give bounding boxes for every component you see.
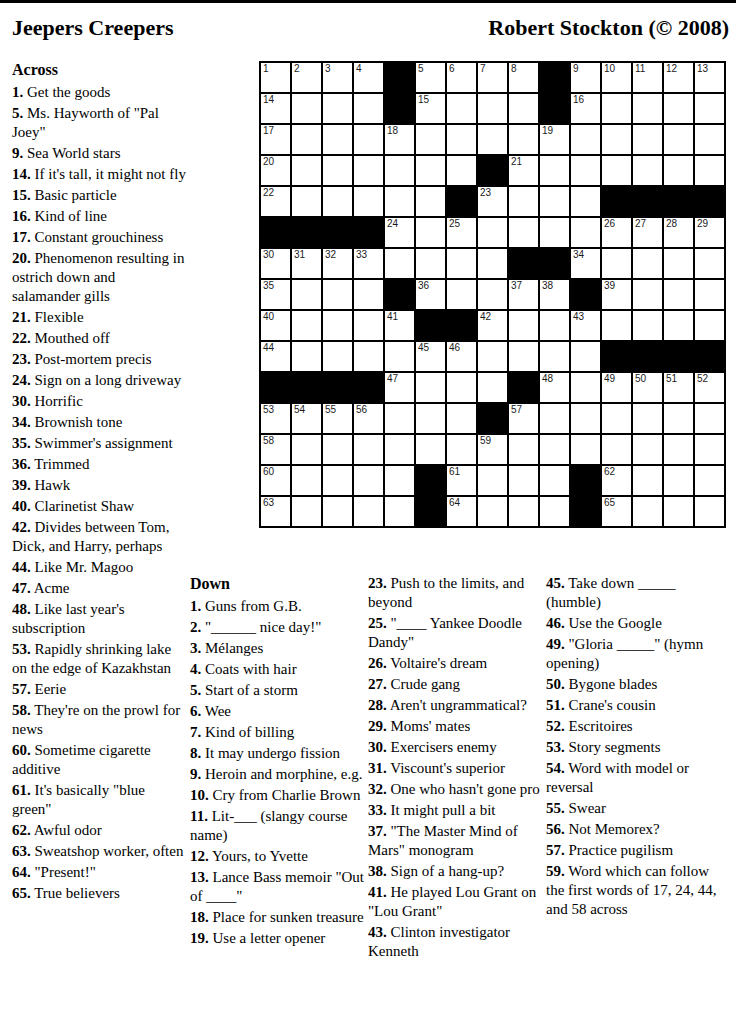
cell-r3c15[interactable] [695,125,724,154]
cell-r2c3[interactable] [323,94,352,123]
cell-r9c1[interactable]: 40 [261,311,290,340]
cell-r14c8[interactable] [478,466,507,495]
cell-r2c9[interactable] [509,94,538,123]
cell-r1c13[interactable]: 11 [633,63,662,92]
cell-r11c11[interactable] [571,373,600,402]
clue-across-24-number: 24. [12,372,31,388]
cell-r6c15[interactable]: 29 [695,218,724,247]
clue-across-42-number: 42. [12,519,31,535]
down-clues-column-1: Down 1. Guns from G.B.2. "______ nice da… [190,574,364,950]
block-cell-r1c10 [540,63,569,92]
cell-r14c5[interactable] [385,466,414,495]
clue-across-15-number: 15. [12,187,31,203]
clue-down-52: 52. Escritoires [546,717,720,736]
puzzle-title: Jeepers Creepers [12,15,173,41]
cell-r4c5[interactable] [385,156,414,185]
cell-r10c2[interactable] [292,342,321,371]
clue-across-30-number: 30. [12,393,31,409]
cell-r5c10[interactable] [540,187,569,216]
across-clue-list: 1. Get the goods5. Ms. Hayworth of "Pal … [12,83,186,903]
cell-r4c4[interactable] [354,156,383,185]
cell-number-38: 38 [542,280,553,291]
cell-r12c15[interactable] [695,404,724,433]
cell-r11c7[interactable] [447,373,476,402]
clue-down-49: 49. "Gloria _____" (hymn opening) [546,635,720,673]
clue-down-52-number: 52. [546,718,565,734]
clue-down-46: 46. Use the Google [546,614,720,633]
cell-r8c14[interactable] [664,280,693,309]
block-cell-r14c11 [571,466,600,495]
cell-r8c12[interactable]: 39 [602,280,631,309]
cell-r3c2[interactable] [292,125,321,154]
cell-r1c9[interactable]: 8 [509,63,538,92]
cell-r4c7[interactable] [447,156,476,185]
clue-across-20-number: 20. [12,250,31,266]
clue-down-57-number: 57. [546,842,565,858]
cell-r13c15[interactable] [695,435,724,464]
cell-number-51: 51 [666,373,677,384]
clue-down-54-number: 54. [546,760,565,776]
cell-r4c3[interactable] [323,156,352,185]
cell-r13c11[interactable] [571,435,600,464]
clue-down-28-number: 28. [368,697,387,713]
block-cell-r9c6 [416,311,445,340]
clue-across-9: 9. Sea World stars [12,144,186,163]
block-cell-r8c11 [571,280,600,309]
cell-r3c5[interactable]: 18 [385,125,414,154]
cell-r5c3[interactable] [323,187,352,216]
cell-r2c1[interactable]: 14 [261,94,290,123]
cell-r9c9[interactable] [509,311,538,340]
block-cell-r7c9 [509,249,538,278]
clue-down-53: 53. Story segments [546,738,720,757]
clue-down-8-number: 8. [190,745,201,761]
block-cell-r6c4 [354,218,383,247]
cell-r14c9[interactable] [509,466,538,495]
cell-r13c2[interactable] [292,435,321,464]
clue-down-6: 6. Wee [190,702,364,721]
cell-r12c11[interactable] [571,404,600,433]
cell-r4c2[interactable] [292,156,321,185]
cell-r13c14[interactable] [664,435,693,464]
cell-r6c8[interactable] [478,218,507,247]
cell-r13c12[interactable] [602,435,631,464]
cell-number-18: 18 [387,125,398,136]
clue-down-49-number: 49. [546,636,565,652]
cell-r8c10[interactable]: 38 [540,280,569,309]
cell-number-50: 50 [635,373,646,384]
clue-down-27-number: 27. [368,676,387,692]
clue-across-60-number: 60. [12,742,31,758]
cell-r3c4[interactable] [354,125,383,154]
clue-across-36: 36. Trimmed [12,455,186,474]
clue-down-10-number: 10. [190,787,209,803]
cell-r1c8[interactable]: 7 [478,63,507,92]
cell-r11c14[interactable]: 51 [664,373,693,402]
clue-across-1: 1. Get the goods [12,83,186,102]
clue-down-57: 57. Practice pugilism [546,841,720,860]
block-cell-r6c1 [261,218,290,247]
cell-r3c8[interactable] [478,125,507,154]
cell-r6c14[interactable]: 28 [664,218,693,247]
cell-r15c12[interactable]: 65 [602,497,631,526]
cell-r9c10[interactable] [540,311,569,340]
cell-r6c9[interactable] [509,218,538,247]
clue-down-59: 59. Word which can follow the first word… [546,862,720,919]
cell-r12c12[interactable] [602,404,631,433]
cell-r4c13[interactable] [633,156,662,185]
clue-down-54: 54. Word with model or reversal [546,759,720,797]
cell-r10c3[interactable] [323,342,352,371]
clue-across-30: 30. Horrific [12,392,186,411]
cell-r4c12[interactable] [602,156,631,185]
cell-r5c6[interactable] [416,187,445,216]
block-cell-r2c5 [385,94,414,123]
clue-down-18: 18. Place for sunken treasure [190,908,364,927]
clue-down-11: 11. Lit-___ (slangy course name) [190,807,364,845]
block-cell-r10c13 [633,342,662,371]
cell-r6c6[interactable] [416,218,445,247]
cell-r9c11[interactable]: 43 [571,311,600,340]
cell-number-19: 19 [542,125,553,136]
cell-r3c14[interactable] [664,125,693,154]
cell-r6c7[interactable]: 25 [447,218,476,247]
cell-r13c5[interactable] [385,435,414,464]
cell-r4c10[interactable] [540,156,569,185]
cell-r8c9[interactable]: 37 [509,280,538,309]
cell-r12c1[interactable]: 53 [261,404,290,433]
cell-r13c9[interactable] [509,435,538,464]
clue-down-1-number: 1. [190,598,201,614]
cell-r2c12[interactable] [602,94,631,123]
clue-across-58: 58. They're on the prowl for news [12,701,186,739]
clue-down-55: 55. Swear [546,799,720,818]
clue-down-25: 25. "____ Yankee Doodle Dandy" [368,614,542,652]
cell-r5c5[interactable] [385,187,414,216]
cell-r11c10[interactable]: 48 [540,373,569,402]
clue-down-55-number: 55. [546,800,565,816]
cell-r10c7[interactable]: 46 [447,342,476,371]
cell-r9c2[interactable] [292,311,321,340]
cell-number-24: 24 [387,218,398,229]
clue-down-51-number: 51. [546,697,565,713]
clue-across-40-number: 40. [12,498,31,514]
cell-r13c4[interactable] [354,435,383,464]
cell-r15c15[interactable] [695,497,724,526]
cell-r15c7[interactable]: 64 [447,497,476,526]
cell-r13c7[interactable] [447,435,476,464]
cell-r7c8[interactable] [478,249,507,278]
block-cell-r10c14 [664,342,693,371]
cell-number-7: 7 [480,63,486,74]
cell-number-57: 57 [511,404,522,415]
cell-r8c13[interactable] [633,280,662,309]
cell-r12c9[interactable]: 57 [509,404,538,433]
cell-r5c8[interactable]: 23 [478,187,507,216]
cell-r15c1[interactable]: 63 [261,497,290,526]
cell-r10c6[interactable]: 45 [416,342,445,371]
clue-down-56-number: 56. [546,821,565,837]
cell-r7c1[interactable]: 30 [261,249,290,278]
cell-r15c9[interactable] [509,497,538,526]
cell-r2c6[interactable]: 15 [416,94,445,123]
cell-r2c13[interactable] [633,94,662,123]
cell-r14c12[interactable]: 62 [602,466,631,495]
cell-r13c8[interactable]: 59 [478,435,507,464]
clue-across-21: 21. Flexible [12,308,186,327]
clue-down-23-number: 23. [368,575,387,591]
cell-r2c15[interactable] [695,94,724,123]
cell-number-8: 8 [511,63,517,74]
cell-r6c5[interactable]: 24 [385,218,414,247]
cell-r10c8[interactable] [478,342,507,371]
cell-r2c14[interactable] [664,94,693,123]
clue-down-12-number: 12. [190,848,209,864]
clue-across-14: 14. If it's tall, it might not fly [12,165,186,184]
cell-r9c4[interactable] [354,311,383,340]
cell-r13c3[interactable] [323,435,352,464]
cell-r9c15[interactable] [695,311,724,340]
cell-r9c8[interactable]: 42 [478,311,507,340]
cell-number-11: 11 [635,63,645,74]
cell-r4c6[interactable] [416,156,445,185]
clue-down-3: 3. Mélanges [190,639,364,658]
cell-r14c13[interactable] [633,466,662,495]
cell-r12c3[interactable]: 55 [323,404,352,433]
cell-r11c15[interactable]: 52 [695,373,724,402]
cell-r15c5[interactable] [385,497,414,526]
cell-r15c10[interactable] [540,497,569,526]
down-clues-column-3: 45. Take down _____ (humble)46. Use the … [546,574,720,921]
clue-across-61-number: 61. [12,782,31,798]
cell-number-45: 45 [418,342,429,353]
cell-r1c3[interactable]: 3 [323,63,352,92]
across-heading: Across [12,60,186,79]
cell-r1c12[interactable]: 10 [602,63,631,92]
cell-r7c15[interactable] [695,249,724,278]
cell-r12c10[interactable] [540,404,569,433]
cell-r15c14[interactable] [664,497,693,526]
cell-r8c4[interactable] [354,280,383,309]
cell-r12c4[interactable]: 56 [354,404,383,433]
cell-r6c10[interactable] [540,218,569,247]
cell-r9c13[interactable] [633,311,662,340]
cell-number-48: 48 [542,373,553,384]
cell-number-26: 26 [604,218,615,229]
clue-down-45: 45. Take down _____ (humble) [546,574,720,612]
cell-r10c11[interactable] [571,342,600,371]
cell-number-61: 61 [449,466,460,477]
cell-r2c11[interactable]: 16 [571,94,600,123]
cell-number-65: 65 [604,497,615,508]
cell-r6c13[interactable]: 27 [633,218,662,247]
cell-r7c14[interactable] [664,249,693,278]
cell-r14c3[interactable] [323,466,352,495]
cell-r10c5[interactable] [385,342,414,371]
cell-r4c15[interactable] [695,156,724,185]
cell-r4c11[interactable] [571,156,600,185]
cell-number-56: 56 [356,404,367,415]
cell-r4c1[interactable]: 20 [261,156,290,185]
cell-number-44: 44 [263,342,274,353]
cell-r15c4[interactable] [354,497,383,526]
cell-r11c13[interactable]: 50 [633,373,662,402]
clue-across-57-number: 57. [12,681,31,697]
cell-r8c3[interactable] [323,280,352,309]
cell-r10c1[interactable]: 44 [261,342,290,371]
block-cell-r11c3 [323,373,352,402]
cell-r14c4[interactable] [354,466,383,495]
cell-r12c7[interactable] [447,404,476,433]
cell-r8c7[interactable] [447,280,476,309]
cell-r7c11[interactable]: 34 [571,249,600,278]
cell-r14c1[interactable]: 60 [261,466,290,495]
cell-r5c4[interactable] [354,187,383,216]
clue-across-23: 23. Post-mortem precis [12,350,186,369]
cell-number-3: 3 [325,63,331,74]
cell-r8c1[interactable]: 35 [261,280,290,309]
cell-r13c13[interactable] [633,435,662,464]
cell-r11c8[interactable] [478,373,507,402]
cell-r3c11[interactable] [571,125,600,154]
cell-r8c8[interactable] [478,280,507,309]
cell-r7c6[interactable] [416,249,445,278]
clue-down-19-number: 19. [190,930,209,946]
cell-r15c13[interactable] [633,497,662,526]
clue-across-5: 5. Ms. Hayworth of "Pal Joey" [12,104,186,142]
clue-across-36-number: 36. [12,456,31,472]
cell-r2c7[interactable] [447,94,476,123]
clue-down-5-number: 5. [190,682,201,698]
cell-r10c9[interactable] [509,342,538,371]
cell-r5c2[interactable] [292,187,321,216]
down-clue-list-1: 1. Guns from G.B.2. "______ nice day!"3.… [190,597,364,948]
clue-down-41: 41. He played Lou Grant on "Lou Grant" [368,883,542,921]
cell-r5c1[interactable]: 22 [261,187,290,216]
cell-r11c5[interactable]: 47 [385,373,414,402]
block-cell-r6c3 [323,218,352,247]
cell-r7c5[interactable] [385,249,414,278]
cell-r3c12[interactable] [602,125,631,154]
cell-number-59: 59 [480,435,491,446]
cell-r6c12[interactable]: 26 [602,218,631,247]
cell-r14c2[interactable] [292,466,321,495]
cell-r2c8[interactable] [478,94,507,123]
cell-r7c2[interactable]: 31 [292,249,321,278]
cell-number-53: 53 [263,404,274,415]
cell-r4c9[interactable]: 21 [509,156,538,185]
clue-down-25-number: 25. [368,615,387,631]
block-cell-r12c8 [478,404,507,433]
cell-r14c7[interactable]: 61 [447,466,476,495]
cell-r12c6[interactable] [416,404,445,433]
cell-r1c11[interactable]: 9 [571,63,600,92]
cell-number-47: 47 [387,373,398,384]
puzzle-header: Jeepers Creepers Robert Stockton (© 2008… [12,15,729,41]
cell-r11c6[interactable] [416,373,445,402]
cell-r3c9[interactable] [509,125,538,154]
cell-number-58: 58 [263,435,274,446]
cell-r9c5[interactable]: 41 [385,311,414,340]
cell-r14c15[interactable] [695,466,724,495]
cell-r7c3[interactable]: 32 [323,249,352,278]
clue-across-63-number: 63. [12,843,31,859]
cell-r7c12[interactable] [602,249,631,278]
cell-r3c3[interactable] [323,125,352,154]
cell-r4c14[interactable] [664,156,693,185]
cell-r1c15[interactable]: 13 [695,63,724,92]
cell-r1c6[interactable]: 5 [416,63,445,92]
cell-r7c4[interactable]: 33 [354,249,383,278]
cell-r14c14[interactable] [664,466,693,495]
cell-number-55: 55 [325,404,336,415]
clue-down-19: 19. Use a letter opener [190,929,364,948]
cell-r3c7[interactable] [447,125,476,154]
cell-r3c10[interactable]: 19 [540,125,569,154]
clue-across-47-number: 47. [12,580,31,596]
cell-r13c1[interactable]: 58 [261,435,290,464]
cell-r11c12[interactable]: 49 [602,373,631,402]
cell-r2c4[interactable] [354,94,383,123]
cell-r7c13[interactable] [633,249,662,278]
cell-r8c15[interactable] [695,280,724,309]
cell-r12c14[interactable] [664,404,693,433]
cell-r5c11[interactable] [571,187,600,216]
cell-r15c3[interactable] [323,497,352,526]
cell-r3c6[interactable] [416,125,445,154]
cell-r12c5[interactable] [385,404,414,433]
cell-r14c10[interactable] [540,466,569,495]
cell-r2c2[interactable] [292,94,321,123]
cell-r1c2[interactable]: 2 [292,63,321,92]
cell-r1c1[interactable]: 1 [261,63,290,92]
clue-across-14-number: 14. [12,166,31,182]
cell-r9c3[interactable] [323,311,352,340]
cell-r8c6[interactable]: 36 [416,280,445,309]
cell-number-2: 2 [294,63,300,74]
cell-number-23: 23 [480,187,491,198]
cell-r15c8[interactable] [478,497,507,526]
cell-r9c14[interactable] [664,311,693,340]
cell-r3c13[interactable] [633,125,662,154]
cell-r12c13[interactable] [633,404,662,433]
cell-r10c10[interactable] [540,342,569,371]
cell-r9c12[interactable] [602,311,631,340]
cell-r1c14[interactable]: 12 [664,63,693,92]
cell-r12c2[interactable]: 54 [292,404,321,433]
cell-r1c7[interactable]: 6 [447,63,476,92]
clue-down-26: 26. Voltaire's dream [368,654,542,673]
cell-r13c6[interactable] [416,435,445,464]
cell-number-17: 17 [263,125,274,136]
clue-across-61: 61. It's basically "blue green" [12,781,186,819]
cell-r15c2[interactable] [292,497,321,526]
cell-r3c1[interactable]: 17 [261,125,290,154]
cell-r1c4[interactable]: 4 [354,63,383,92]
down-clue-list-3: 45. Take down _____ (humble)46. Use the … [546,574,720,919]
cell-r6c11[interactable] [571,218,600,247]
cell-r13c10[interactable] [540,435,569,464]
clue-across-63: 63. Sweatshop worker, often [12,842,186,861]
clue-across-35-number: 35. [12,435,31,451]
cell-r8c2[interactable] [292,280,321,309]
clue-across-22: 22. Mouthed off [12,329,186,348]
cell-r10c4[interactable] [354,342,383,371]
cell-r5c9[interactable] [509,187,538,216]
cell-r7c7[interactable] [447,249,476,278]
clue-down-38-number: 38. [368,863,387,879]
clue-across-35: 35. Swimmer's assignment [12,434,186,453]
